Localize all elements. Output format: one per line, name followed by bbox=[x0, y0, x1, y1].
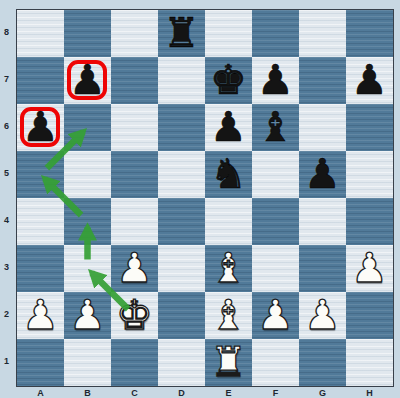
square-b6[interactable] bbox=[64, 104, 111, 151]
square-h1[interactable] bbox=[346, 339, 393, 386]
square-h5[interactable] bbox=[346, 151, 393, 198]
square-g7[interactable] bbox=[299, 57, 346, 104]
square-c6[interactable] bbox=[111, 104, 158, 151]
square-f8[interactable] bbox=[252, 10, 299, 57]
square-d2[interactable] bbox=[158, 292, 205, 339]
square-c1[interactable] bbox=[111, 339, 158, 386]
square-g6[interactable] bbox=[299, 104, 346, 151]
rank-label-4: 4 bbox=[0, 197, 13, 244]
square-f3[interactable] bbox=[252, 245, 299, 292]
chess-board-diagram: ♜♟♚♟♟♟♟♝♞♟♟♝♟♟♟♚♝♟♟♜ 87654321ABCDEFGH bbox=[0, 0, 400, 398]
square-e4[interactable] bbox=[205, 198, 252, 245]
file-label-e: E bbox=[205, 388, 252, 398]
piece-white-bishop-e3[interactable]: ♝ bbox=[205, 245, 252, 292]
square-g8[interactable] bbox=[299, 10, 346, 57]
square-b5[interactable] bbox=[64, 151, 111, 198]
piece-black-knight-e5[interactable]: ♞ bbox=[205, 151, 252, 198]
piece-white-pawn-f2[interactable]: ♟ bbox=[252, 292, 299, 339]
square-f4[interactable] bbox=[252, 198, 299, 245]
rank-label-5: 5 bbox=[0, 150, 13, 197]
file-label-b: B bbox=[64, 388, 111, 398]
square-h8[interactable] bbox=[346, 10, 393, 57]
rank-label-1: 1 bbox=[0, 338, 13, 385]
square-b1[interactable] bbox=[64, 339, 111, 386]
square-e8[interactable] bbox=[205, 10, 252, 57]
square-d7[interactable] bbox=[158, 57, 205, 104]
piece-black-rook-d8[interactable]: ♜ bbox=[158, 10, 205, 57]
piece-black-pawn-b7[interactable]: ♟ bbox=[64, 57, 111, 104]
piece-black-king-e7[interactable]: ♚ bbox=[205, 57, 252, 104]
piece-white-pawn-g2[interactable]: ♟ bbox=[299, 292, 346, 339]
piece-white-pawn-c3[interactable]: ♟ bbox=[111, 245, 158, 292]
square-h4[interactable] bbox=[346, 198, 393, 245]
piece-white-pawn-a2[interactable]: ♟ bbox=[17, 292, 64, 339]
square-g1[interactable] bbox=[299, 339, 346, 386]
piece-black-pawn-f7[interactable]: ♟ bbox=[252, 57, 299, 104]
square-a8[interactable] bbox=[17, 10, 64, 57]
square-c5[interactable] bbox=[111, 151, 158, 198]
file-label-c: C bbox=[111, 388, 158, 398]
square-a4[interactable] bbox=[17, 198, 64, 245]
piece-white-bishop-e2[interactable]: ♝ bbox=[205, 292, 252, 339]
chess-board: ♜♟♚♟♟♟♟♝♞♟♟♝♟♟♟♚♝♟♟♜ bbox=[16, 9, 394, 387]
square-a7[interactable] bbox=[17, 57, 64, 104]
square-a5[interactable] bbox=[17, 151, 64, 198]
square-f1[interactable] bbox=[252, 339, 299, 386]
rank-label-2: 2 bbox=[0, 291, 13, 338]
square-f5[interactable] bbox=[252, 151, 299, 198]
square-d6[interactable] bbox=[158, 104, 205, 151]
square-c8[interactable] bbox=[111, 10, 158, 57]
square-a3[interactable] bbox=[17, 245, 64, 292]
piece-white-king-c2[interactable]: ♚ bbox=[111, 292, 158, 339]
square-b8[interactable] bbox=[64, 10, 111, 57]
square-c4[interactable] bbox=[111, 198, 158, 245]
square-b3[interactable] bbox=[64, 245, 111, 292]
square-a1[interactable] bbox=[17, 339, 64, 386]
square-c7[interactable] bbox=[111, 57, 158, 104]
piece-black-pawn-a6[interactable]: ♟ bbox=[17, 104, 64, 151]
square-d4[interactable] bbox=[158, 198, 205, 245]
square-d3[interactable] bbox=[158, 245, 205, 292]
square-g4[interactable] bbox=[299, 198, 346, 245]
file-label-d: D bbox=[158, 388, 205, 398]
square-g3[interactable] bbox=[299, 245, 346, 292]
file-label-f: F bbox=[252, 388, 299, 398]
piece-black-pawn-e6[interactable]: ♟ bbox=[205, 104, 252, 151]
piece-white-pawn-h3[interactable]: ♟ bbox=[346, 245, 393, 292]
rank-label-6: 6 bbox=[0, 103, 13, 150]
piece-white-rook-e1[interactable]: ♜ bbox=[205, 339, 252, 386]
square-d1[interactable] bbox=[158, 339, 205, 386]
file-label-h: H bbox=[346, 388, 393, 398]
square-d5[interactable] bbox=[158, 151, 205, 198]
file-label-g: G bbox=[299, 388, 346, 398]
piece-black-bishop-f6[interactable]: ♝ bbox=[252, 104, 299, 151]
square-h6[interactable] bbox=[346, 104, 393, 151]
square-b4[interactable] bbox=[64, 198, 111, 245]
piece-black-pawn-h7[interactable]: ♟ bbox=[346, 57, 393, 104]
piece-black-pawn-g5[interactable]: ♟ bbox=[299, 151, 346, 198]
rank-label-3: 3 bbox=[0, 244, 13, 291]
file-label-a: A bbox=[17, 388, 64, 398]
piece-white-pawn-b2[interactable]: ♟ bbox=[64, 292, 111, 339]
rank-label-8: 8 bbox=[0, 9, 13, 56]
rank-label-7: 7 bbox=[0, 56, 13, 103]
square-h2[interactable] bbox=[346, 292, 393, 339]
